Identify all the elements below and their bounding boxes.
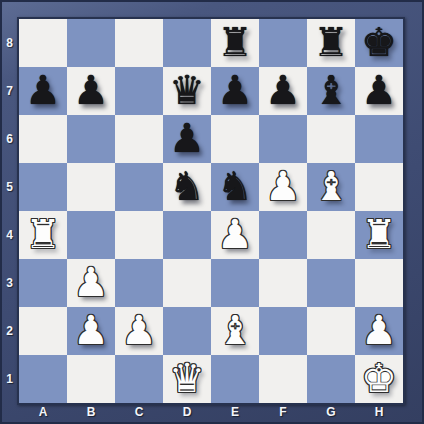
file-label-f: F bbox=[259, 404, 307, 421]
black-rook[interactable]: ♜ bbox=[211, 19, 259, 67]
file-label-g: G bbox=[307, 404, 355, 421]
white-pawn[interactable]: ♟ bbox=[259, 163, 307, 211]
square-g6[interactable] bbox=[307, 115, 355, 163]
black-pawn[interactable]: ♟ bbox=[67, 67, 115, 115]
square-g8[interactable]: ♜ bbox=[307, 19, 355, 67]
square-g2[interactable] bbox=[307, 307, 355, 355]
square-g4[interactable] bbox=[307, 211, 355, 259]
square-c3[interactable] bbox=[115, 259, 163, 307]
rank-label-4: 4 bbox=[2, 211, 17, 259]
square-g5[interactable]: ♝ bbox=[307, 163, 355, 211]
file-label-h: H bbox=[355, 404, 403, 421]
rank-label-8: 8 bbox=[2, 19, 17, 67]
square-f4[interactable] bbox=[259, 211, 307, 259]
black-pawn[interactable]: ♟ bbox=[19, 67, 67, 115]
black-rook[interactable]: ♜ bbox=[307, 19, 355, 67]
square-b8[interactable] bbox=[67, 19, 115, 67]
square-a2[interactable] bbox=[19, 307, 67, 355]
rank-label-2: 2 bbox=[2, 307, 17, 355]
black-pawn[interactable]: ♟ bbox=[211, 67, 259, 115]
white-pawn[interactable]: ♟ bbox=[67, 259, 115, 307]
square-c5[interactable] bbox=[115, 163, 163, 211]
square-c2[interactable]: ♟ bbox=[115, 307, 163, 355]
square-e7[interactable]: ♟ bbox=[211, 67, 259, 115]
square-e3[interactable] bbox=[211, 259, 259, 307]
square-c8[interactable] bbox=[115, 19, 163, 67]
file-label-c: C bbox=[115, 404, 163, 421]
chess-diagram: ♜♜♚♟♟♛♟♟♝♟♟♞♞♟♝♜♟♜♟♟♟♝♟♛♚ 87654321 ABCDE… bbox=[0, 0, 424, 424]
square-h3[interactable] bbox=[355, 259, 403, 307]
white-pawn[interactable]: ♟ bbox=[355, 307, 403, 355]
black-bishop[interactable]: ♝ bbox=[307, 67, 355, 115]
square-e5[interactable]: ♞ bbox=[211, 163, 259, 211]
square-e1[interactable] bbox=[211, 355, 259, 403]
square-b7[interactable]: ♟ bbox=[67, 67, 115, 115]
square-f5[interactable]: ♟ bbox=[259, 163, 307, 211]
rank-label-1: 1 bbox=[2, 355, 17, 403]
square-a1[interactable] bbox=[19, 355, 67, 403]
square-b6[interactable] bbox=[67, 115, 115, 163]
square-h1[interactable]: ♚ bbox=[355, 355, 403, 403]
white-pawn[interactable]: ♟ bbox=[211, 211, 259, 259]
square-a3[interactable] bbox=[19, 259, 67, 307]
file-label-d: D bbox=[163, 404, 211, 421]
square-f8[interactable] bbox=[259, 19, 307, 67]
square-d5[interactable]: ♞ bbox=[163, 163, 211, 211]
square-a5[interactable] bbox=[19, 163, 67, 211]
square-h8[interactable]: ♚ bbox=[355, 19, 403, 67]
square-g3[interactable] bbox=[307, 259, 355, 307]
square-b3[interactable]: ♟ bbox=[67, 259, 115, 307]
square-c4[interactable] bbox=[115, 211, 163, 259]
square-h7[interactable]: ♟ bbox=[355, 67, 403, 115]
board-frame: ♜♜♚♟♟♛♟♟♝♟♟♞♞♟♝♜♟♜♟♟♟♝♟♛♚ bbox=[17, 17, 405, 405]
black-knight[interactable]: ♞ bbox=[211, 163, 259, 211]
rank-label-5: 5 bbox=[2, 163, 17, 211]
black-knight[interactable]: ♞ bbox=[163, 163, 211, 211]
square-a6[interactable] bbox=[19, 115, 67, 163]
square-a7[interactable]: ♟ bbox=[19, 67, 67, 115]
file-label-e: E bbox=[211, 404, 259, 421]
black-pawn[interactable]: ♟ bbox=[163, 115, 211, 163]
square-h2[interactable]: ♟ bbox=[355, 307, 403, 355]
square-h4[interactable]: ♜ bbox=[355, 211, 403, 259]
square-g1[interactable] bbox=[307, 355, 355, 403]
square-g7[interactable]: ♝ bbox=[307, 67, 355, 115]
square-d8[interactable] bbox=[163, 19, 211, 67]
square-f3[interactable] bbox=[259, 259, 307, 307]
rank-label-6: 6 bbox=[2, 115, 17, 163]
white-rook[interactable]: ♜ bbox=[355, 211, 403, 259]
square-d4[interactable] bbox=[163, 211, 211, 259]
square-h5[interactable] bbox=[355, 163, 403, 211]
file-label-b: B bbox=[67, 404, 115, 421]
square-e4[interactable]: ♟ bbox=[211, 211, 259, 259]
square-b5[interactable] bbox=[67, 163, 115, 211]
square-d1[interactable]: ♛ bbox=[163, 355, 211, 403]
square-d7[interactable]: ♛ bbox=[163, 67, 211, 115]
square-d3[interactable] bbox=[163, 259, 211, 307]
white-king[interactable]: ♚ bbox=[355, 355, 403, 403]
square-a4[interactable]: ♜ bbox=[19, 211, 67, 259]
square-f2[interactable] bbox=[259, 307, 307, 355]
white-queen[interactable]: ♛ bbox=[163, 355, 211, 403]
square-b1[interactable] bbox=[67, 355, 115, 403]
square-e6[interactable] bbox=[211, 115, 259, 163]
square-a8[interactable] bbox=[19, 19, 67, 67]
square-f7[interactable]: ♟ bbox=[259, 67, 307, 115]
square-f1[interactable] bbox=[259, 355, 307, 403]
white-pawn[interactable]: ♟ bbox=[67, 307, 115, 355]
black-queen[interactable]: ♛ bbox=[163, 67, 211, 115]
square-c6[interactable] bbox=[115, 115, 163, 163]
white-rook[interactable]: ♜ bbox=[19, 211, 67, 259]
white-bishop[interactable]: ♝ bbox=[211, 307, 259, 355]
square-h6[interactable] bbox=[355, 115, 403, 163]
square-b4[interactable] bbox=[67, 211, 115, 259]
square-c7[interactable] bbox=[115, 67, 163, 115]
square-e8[interactable]: ♜ bbox=[211, 19, 259, 67]
square-b2[interactable]: ♟ bbox=[67, 307, 115, 355]
white-pawn[interactable]: ♟ bbox=[115, 307, 163, 355]
square-c1[interactable] bbox=[115, 355, 163, 403]
rank-label-3: 3 bbox=[2, 259, 17, 307]
rank-label-7: 7 bbox=[2, 67, 17, 115]
black-pawn[interactable]: ♟ bbox=[259, 67, 307, 115]
square-f6[interactable] bbox=[259, 115, 307, 163]
square-e2[interactable]: ♝ bbox=[211, 307, 259, 355]
white-bishop[interactable]: ♝ bbox=[307, 163, 355, 211]
chess-board: ♜♜♚♟♟♛♟♟♝♟♟♞♞♟♝♜♟♜♟♟♟♝♟♛♚ bbox=[19, 19, 403, 403]
square-d6[interactable]: ♟ bbox=[163, 115, 211, 163]
black-pawn[interactable]: ♟ bbox=[355, 67, 403, 115]
square-d2[interactable] bbox=[163, 307, 211, 355]
black-king[interactable]: ♚ bbox=[355, 19, 403, 67]
file-label-a: A bbox=[19, 404, 67, 421]
